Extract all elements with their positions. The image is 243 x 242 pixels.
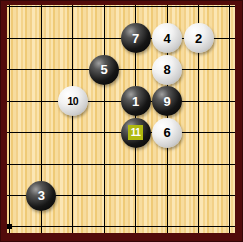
- stone-black-move-9[interactable]: 9: [152, 86, 182, 116]
- board-intersection[interactable]: 3: [26, 180, 57, 211]
- board-intersection[interactable]: [214, 5, 235, 23]
- move-number-label: 3: [38, 189, 45, 202]
- stone-black-move-11[interactable]: 11: [121, 118, 151, 148]
- board-intersection[interactable]: [214, 23, 235, 54]
- stone-black-move-1[interactable]: 1: [121, 86, 151, 116]
- move-number-label: 4: [163, 32, 170, 45]
- move-number-label: 9: [163, 95, 170, 108]
- move-number-label: 6: [163, 126, 170, 139]
- board-intersection[interactable]: [7, 86, 26, 117]
- board-intersection[interactable]: 5: [89, 54, 120, 85]
- board-intersection[interactable]: [183, 180, 214, 211]
- board-intersection[interactable]: [26, 5, 57, 23]
- board-intersection[interactable]: [151, 148, 182, 179]
- board-intersection[interactable]: [57, 180, 88, 211]
- board-intersection[interactable]: 9: [151, 86, 182, 117]
- move-number-label: 1: [132, 95, 139, 108]
- board-intersection[interactable]: [7, 117, 26, 148]
- board-intersection[interactable]: 1: [120, 86, 151, 117]
- star-point-marker: [7, 224, 12, 229]
- move-number-label: 5: [101, 63, 108, 76]
- board-intersection[interactable]: [89, 23, 120, 54]
- board-intersection[interactable]: [26, 23, 57, 54]
- board-intersection[interactable]: [7, 148, 26, 179]
- board-intersection[interactable]: [120, 5, 151, 23]
- board-intersection[interactable]: [120, 211, 151, 233]
- board-intersection[interactable]: [183, 5, 214, 23]
- board-intersection[interactable]: [120, 148, 151, 179]
- board-intersection[interactable]: [7, 23, 26, 54]
- board-intersection[interactable]: [57, 211, 88, 233]
- board-intersection[interactable]: [57, 23, 88, 54]
- board-intersection[interactable]: [57, 148, 88, 179]
- stone-black-move-3[interactable]: 3: [26, 181, 56, 211]
- board-intersection[interactable]: [183, 86, 214, 117]
- board-intersection[interactable]: [120, 180, 151, 211]
- board-intersection[interactable]: 11: [120, 117, 151, 148]
- board-intersection[interactable]: [214, 211, 235, 233]
- board-intersection[interactable]: [7, 211, 26, 233]
- board-intersection[interactable]: [89, 180, 120, 211]
- stone-white-move-6[interactable]: 6: [152, 118, 182, 148]
- board-intersection[interactable]: [26, 211, 57, 233]
- board-intersection[interactable]: [151, 211, 182, 233]
- board-intersection[interactable]: 7: [120, 23, 151, 54]
- board-intersection[interactable]: 8: [151, 54, 182, 85]
- move-number-label: 7: [132, 32, 139, 45]
- board-intersection[interactable]: [7, 180, 26, 211]
- board-intersection[interactable]: [183, 54, 214, 85]
- stone-black-move-7[interactable]: 7: [121, 23, 151, 53]
- board-intersection[interactable]: [7, 5, 26, 23]
- board-intersection[interactable]: 6: [151, 117, 182, 148]
- move-number-label: 8: [163, 63, 170, 76]
- board-intersection[interactable]: [151, 180, 182, 211]
- board-intersection[interactable]: [26, 117, 57, 148]
- board-intersection[interactable]: [26, 148, 57, 179]
- board-intersection[interactable]: [57, 54, 88, 85]
- board-intersection[interactable]: [57, 5, 88, 23]
- board-intersection[interactable]: [89, 117, 120, 148]
- stone-black-move-5[interactable]: 5: [89, 55, 119, 85]
- go-diagram: 7425810191163: [0, 0, 243, 242]
- board-intersection[interactable]: [214, 86, 235, 117]
- board-intersection[interactable]: [214, 148, 235, 179]
- board-intersection[interactable]: 10: [57, 86, 88, 117]
- move-number-label: 2: [195, 32, 202, 45]
- move-number-label: 10: [67, 96, 78, 107]
- board-intersection[interactable]: [57, 117, 88, 148]
- board-intersection[interactable]: [151, 5, 182, 23]
- board-intersection[interactable]: 2: [183, 23, 214, 54]
- stone-white-move-2[interactable]: 2: [184, 23, 214, 53]
- stone-white-move-8[interactable]: 8: [152, 55, 182, 85]
- go-board: 7425810191163: [7, 5, 235, 233]
- board-intersection[interactable]: [214, 54, 235, 85]
- board-intersection[interactable]: [26, 86, 57, 117]
- board-intersection[interactable]: [26, 54, 57, 85]
- board-intersection[interactable]: [183, 211, 214, 233]
- board-intersection[interactable]: [89, 211, 120, 233]
- stone-white-move-4[interactable]: 4: [152, 23, 182, 53]
- stone-white-move-10[interactable]: 10: [58, 86, 88, 116]
- board-intersection[interactable]: [89, 148, 120, 179]
- board-intersection[interactable]: [89, 86, 120, 117]
- last-move-marker: 11: [128, 125, 143, 140]
- board-intersection[interactable]: [120, 54, 151, 85]
- board-intersection[interactable]: [214, 117, 235, 148]
- board-intersection[interactable]: 4: [151, 23, 182, 54]
- go-board-grid: 7425810191163: [7, 5, 235, 233]
- board-intersection[interactable]: [183, 117, 214, 148]
- board-intersection[interactable]: [7, 54, 26, 85]
- board-intersection[interactable]: [89, 5, 120, 23]
- board-intersection[interactable]: [214, 180, 235, 211]
- board-intersection[interactable]: [183, 148, 214, 179]
